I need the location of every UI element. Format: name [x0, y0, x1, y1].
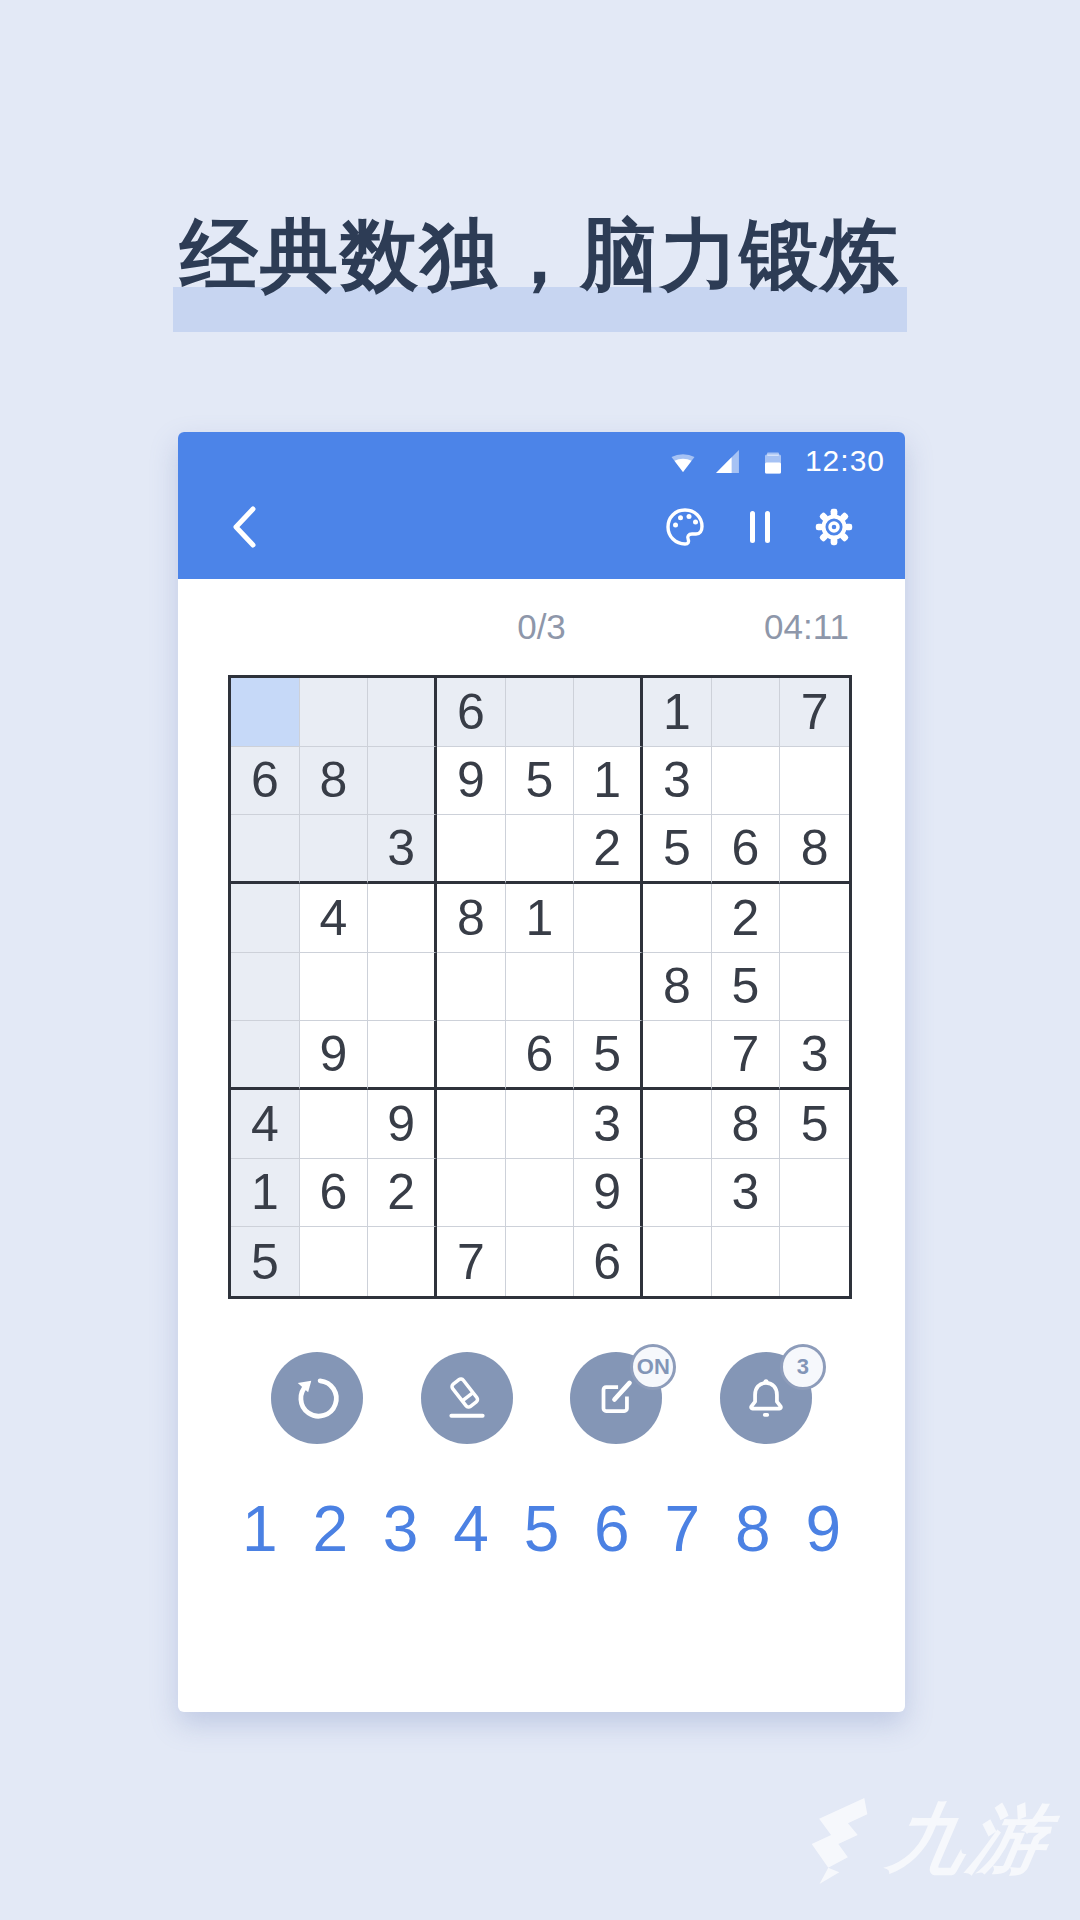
cell-r9c8[interactable] — [712, 1227, 781, 1296]
cell-r3c1[interactable] — [231, 815, 300, 884]
cell-r9c9[interactable] — [780, 1227, 849, 1296]
cell-r5c2[interactable] — [300, 953, 369, 1022]
cell-r8c6[interactable]: 9 — [574, 1159, 643, 1228]
theme-palette-button[interactable] — [661, 503, 709, 551]
cell-r2c5[interactable]: 5 — [506, 747, 575, 816]
cell-r3c9[interactable]: 8 — [780, 815, 849, 884]
hints-button[interactable]: 3 — [720, 1352, 812, 1444]
cell-r1c9[interactable]: 7 — [780, 678, 849, 747]
numpad-2[interactable]: 2 — [312, 1497, 348, 1561]
cell-r6c8[interactable]: 7 — [712, 1021, 781, 1090]
gear-icon — [811, 504, 857, 550]
eraser-icon — [442, 1373, 492, 1423]
pause-icon — [743, 505, 777, 549]
cell-r9c4[interactable]: 7 — [437, 1227, 506, 1296]
cell-r1c3[interactable] — [368, 678, 437, 747]
phone-mockup: 12:30 — [178, 432, 905, 1712]
palette-icon — [661, 503, 709, 551]
cell-r6c7[interactable] — [643, 1021, 712, 1090]
cell-r7c7[interactable] — [643, 1090, 712, 1159]
cell-r3c7[interactable]: 5 — [643, 815, 712, 884]
cell-r9c2[interactable] — [300, 1227, 369, 1296]
cell-r4c8[interactable]: 2 — [712, 884, 781, 953]
eraser-button[interactable] — [421, 1352, 513, 1444]
actions-row: ON 3 — [271, 1352, 812, 1444]
app-header: 12:30 — [178, 432, 905, 579]
numpad-6[interactable]: 6 — [594, 1497, 630, 1561]
cell-r6c4[interactable] — [437, 1021, 506, 1090]
cell-r4c4[interactable]: 8 — [437, 884, 506, 953]
cell-r2c9[interactable] — [780, 747, 849, 816]
watermark-text: 九游 — [881, 1789, 1059, 1892]
cell-r3c3[interactable]: 3 — [368, 815, 437, 884]
cell-r5c8[interactable]: 5 — [712, 953, 781, 1022]
cell-r7c5[interactable] — [506, 1090, 575, 1159]
cell-r6c1[interactable] — [231, 1021, 300, 1090]
cell-r2c6[interactable]: 1 — [574, 747, 643, 816]
cell-r4c5[interactable]: 1 — [506, 884, 575, 953]
cell-r9c5[interactable] — [506, 1227, 575, 1296]
cell-r7c9[interactable]: 5 — [780, 1090, 849, 1159]
battery-icon — [758, 446, 788, 476]
cell-r6c9[interactable]: 3 — [780, 1021, 849, 1090]
watermark: 九游 — [791, 1789, 1059, 1892]
cell-r2c3[interactable] — [368, 747, 437, 816]
numpad-1[interactable]: 1 — [242, 1497, 278, 1561]
cell-r9c1[interactable]: 5 — [231, 1227, 300, 1296]
numpad-5[interactable]: 5 — [524, 1497, 560, 1561]
cell-r3c6[interactable]: 2 — [574, 815, 643, 884]
cell-r4c9[interactable] — [780, 884, 849, 953]
notes-on-badge: ON — [630, 1344, 676, 1390]
hints-count-badge: 3 — [780, 1344, 826, 1390]
cell-r1c6[interactable] — [574, 678, 643, 747]
game-timer: 04:11 — [764, 607, 849, 647]
cell-r7c8[interactable]: 8 — [712, 1090, 781, 1159]
status-time: 12:30 — [805, 444, 885, 478]
cell-r2c1[interactable]: 6 — [231, 747, 300, 816]
numpad-7[interactable]: 7 — [665, 1497, 701, 1561]
cell-r5c5[interactable] — [506, 953, 575, 1022]
hud-row: 0/3 04:11 — [178, 579, 905, 675]
cell-r8c8[interactable]: 3 — [712, 1159, 781, 1228]
cell-r4c6[interactable] — [574, 884, 643, 953]
cell-r3c5[interactable] — [506, 815, 575, 884]
cell-r4c2[interactable]: 4 — [300, 884, 369, 953]
cell-r6c3[interactable] — [368, 1021, 437, 1090]
numpad-8[interactable]: 8 — [735, 1497, 771, 1561]
cell-r5c3[interactable] — [368, 953, 437, 1022]
cell-r5c7[interactable]: 8 — [643, 953, 712, 1022]
cell-r4c3[interactable] — [368, 884, 437, 953]
cell-r1c5[interactable] — [506, 678, 575, 747]
cell-r5c4[interactable] — [437, 953, 506, 1022]
cell-r8c1[interactable]: 1 — [231, 1159, 300, 1228]
cell-r7c6[interactable]: 3 — [574, 1090, 643, 1159]
cell-r9c7[interactable] — [643, 1227, 712, 1296]
cell-r4c1[interactable] — [231, 884, 300, 953]
cell-r7c2[interactable] — [300, 1090, 369, 1159]
cell-r1c4[interactable]: 6 — [437, 678, 506, 747]
wifi-icon — [669, 447, 697, 475]
cell-r6c2[interactable]: 9 — [300, 1021, 369, 1090]
notes-button[interactable]: ON — [570, 1352, 662, 1444]
restart-button[interactable] — [271, 1352, 363, 1444]
cell-r1c1[interactable] — [231, 678, 300, 747]
cell-r5c6[interactable] — [574, 953, 643, 1022]
app-toolbar — [228, 488, 857, 566]
cell-r6c6[interactable]: 5 — [574, 1021, 643, 1090]
cell-r8c9[interactable] — [780, 1159, 849, 1228]
back-button[interactable] — [228, 504, 262, 550]
cell-r3c2[interactable] — [300, 815, 369, 884]
mistake-counter: 0/3 — [517, 607, 566, 647]
cell-r1c2[interactable] — [300, 678, 369, 747]
pause-button[interactable] — [743, 505, 777, 549]
cell-r3c4[interactable] — [437, 815, 506, 884]
cell-r2c2[interactable]: 8 — [300, 747, 369, 816]
cell-r5c1[interactable] — [231, 953, 300, 1022]
cell-r9c6[interactable]: 6 — [574, 1227, 643, 1296]
cell-r1c8[interactable] — [712, 678, 781, 747]
cell-r1c7[interactable]: 1 — [643, 678, 712, 747]
settings-button[interactable] — [811, 504, 857, 550]
jiuyou-logo-icon — [792, 1795, 886, 1887]
cell-r2c4[interactable]: 9 — [437, 747, 506, 816]
cell-r4c7[interactable] — [643, 884, 712, 953]
cell-r8c5[interactable] — [506, 1159, 575, 1228]
status-bar: 12:30 — [669, 442, 885, 480]
page-title: 经典数独，脑力锻炼 — [0, 216, 1080, 294]
sudoku-grid: 61768951332568481285965734938516293576 — [228, 675, 852, 1299]
cell-r8c7[interactable] — [643, 1159, 712, 1228]
signal-icon — [714, 448, 741, 475]
cell-r3c8[interactable]: 6 — [712, 815, 781, 884]
cell-r9c3[interactable] — [368, 1227, 437, 1296]
cell-r8c3[interactable]: 2 — [368, 1159, 437, 1228]
numpad-9[interactable]: 9 — [805, 1497, 841, 1561]
banner: 经典数独，脑力锻炼 — [0, 216, 1080, 294]
cell-r7c4[interactable] — [437, 1090, 506, 1159]
restart-icon — [292, 1373, 342, 1423]
numpad-4[interactable]: 4 — [453, 1497, 489, 1561]
cell-r8c4[interactable] — [437, 1159, 506, 1228]
cell-r6c5[interactable]: 6 — [506, 1021, 575, 1090]
cell-r2c7[interactable]: 3 — [643, 747, 712, 816]
numpad-3[interactable]: 3 — [383, 1497, 419, 1561]
numpad: 123456789 — [242, 1484, 841, 1574]
cell-r5c9[interactable] — [780, 953, 849, 1022]
cell-r7c3[interactable]: 9 — [368, 1090, 437, 1159]
cell-r8c2[interactable]: 6 — [300, 1159, 369, 1228]
cell-r2c8[interactable] — [712, 747, 781, 816]
cell-r7c1[interactable]: 4 — [231, 1090, 300, 1159]
